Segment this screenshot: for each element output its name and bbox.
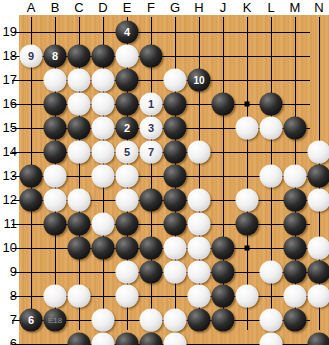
move-number-F16: 1 <box>148 99 154 110</box>
black-stone-B11[interactable] <box>44 213 67 236</box>
col-label-D: D <box>98 0 107 15</box>
black-stone-E19[interactable]: 4 <box>116 21 139 44</box>
white-stone-G7[interactable] <box>164 309 187 332</box>
white-stone-H11[interactable] <box>188 213 211 236</box>
black-stone-G16[interactable] <box>164 93 187 116</box>
move-number-E14: 5 <box>124 147 130 158</box>
move-number-B18: 8 <box>52 51 58 62</box>
white-stone-D7[interactable] <box>92 309 115 332</box>
white-stone-D15[interactable] <box>92 117 115 140</box>
row-label-15: 15 <box>0 121 17 135</box>
white-stone-M8[interactable] <box>284 285 307 308</box>
black-stone-E15[interactable]: 2 <box>116 117 139 140</box>
black-stone-A7[interactable]: 6 <box>20 309 43 332</box>
white-stone-H9[interactable] <box>188 261 211 284</box>
star-point-K16 <box>245 102 250 107</box>
white-stone-B12[interactable] <box>44 189 67 212</box>
row-label-14: 14 <box>0 145 17 159</box>
black-stone-E10[interactable] <box>116 237 139 260</box>
white-stone-L15[interactable] <box>260 117 283 140</box>
white-stone-E18[interactable] <box>116 45 139 68</box>
row-label-19: 19 <box>0 25 17 39</box>
white-stone-F16[interactable]: 1 <box>140 93 163 116</box>
row-label-17: 17 <box>0 73 17 87</box>
white-stone-N8[interactable] <box>308 285 329 308</box>
black-stone-F12[interactable] <box>140 189 163 212</box>
col-label-B: B <box>51 0 60 15</box>
black-stone-A12[interactable] <box>20 189 43 212</box>
white-stone-D14[interactable] <box>92 141 115 164</box>
col-label-N: N <box>314 0 323 15</box>
black-stone-E17[interactable] <box>116 69 139 92</box>
white-stone-C17[interactable] <box>68 69 91 92</box>
row-label-10: 10 <box>0 241 17 255</box>
black-stone-G14[interactable] <box>164 141 187 164</box>
black-stone-C11[interactable] <box>68 213 91 236</box>
move-number-F14: 7 <box>148 147 154 158</box>
black-stone-C18[interactable] <box>68 45 91 68</box>
white-stone-F7[interactable] <box>140 309 163 332</box>
white-stone-E8[interactable] <box>116 285 139 308</box>
white-stone-F14[interactable]: 7 <box>140 141 163 164</box>
white-stone-L7[interactable] <box>260 309 283 332</box>
row-label-18: 18 <box>0 49 17 63</box>
white-stone-L9[interactable] <box>260 261 283 284</box>
white-stone-K15[interactable] <box>236 117 259 140</box>
white-stone-H14[interactable] <box>188 141 211 164</box>
black-stone-N13[interactable] <box>308 165 329 188</box>
row-label-11: 11 <box>0 217 17 231</box>
star-point-K10 <box>245 246 250 251</box>
white-stone-H10[interactable] <box>188 237 211 260</box>
black-stone-J9[interactable] <box>212 261 235 284</box>
black-stone-L16[interactable] <box>260 93 283 116</box>
white-stone-L13[interactable] <box>260 165 283 188</box>
grid-line-row-19 <box>12 32 310 33</box>
black-stone-M12[interactable] <box>284 189 307 212</box>
black-stone-J10[interactable] <box>212 237 235 260</box>
white-stone-G9[interactable] <box>164 261 187 284</box>
col-label-A: A <box>27 0 36 15</box>
grid-line-col-K <box>247 17 248 330</box>
white-stone-C8[interactable] <box>68 285 91 308</box>
white-stone-H12[interactable] <box>188 189 211 212</box>
row-label-8: 8 <box>0 289 17 303</box>
white-stone-D11[interactable] <box>92 213 115 236</box>
white-stone-N12[interactable] <box>308 189 329 212</box>
white-stone-E9[interactable] <box>116 261 139 284</box>
col-label-E: E <box>123 0 132 15</box>
col-label-H: H <box>194 0 203 15</box>
move-number-A18: 9 <box>28 51 34 62</box>
white-stone-C14[interactable] <box>68 141 91 164</box>
white-stone-E14[interactable]: 5 <box>116 141 139 164</box>
move-number-F15: 3 <box>148 123 154 134</box>
move-number-E15: 2 <box>124 123 130 134</box>
black-stone-M9[interactable] <box>284 261 307 284</box>
white-stone-K12[interactable] <box>236 189 259 212</box>
black-stone-G11[interactable] <box>164 213 187 236</box>
black-stone-D10[interactable] <box>92 237 115 260</box>
white-stone-D16[interactable] <box>92 93 115 116</box>
row-label-13: 13 <box>0 169 17 183</box>
white-stone-B13[interactable] <box>44 165 67 188</box>
black-stone-F10[interactable] <box>140 237 163 260</box>
col-label-M: M <box>290 0 301 15</box>
text-marker-B7: E18 <box>48 316 62 324</box>
col-label-C: C <box>74 0 83 15</box>
white-stone-B17[interactable] <box>44 69 67 92</box>
black-stone-B14[interactable] <box>44 141 67 164</box>
white-stone-E12[interactable] <box>116 189 139 212</box>
white-stone-C16[interactable] <box>68 93 91 116</box>
black-stone-M7[interactable] <box>284 309 307 332</box>
col-label-G: G <box>170 0 180 15</box>
black-stone-N9[interactable] <box>308 261 329 284</box>
black-stone-D18[interactable] <box>92 45 115 68</box>
black-stone-E16[interactable] <box>116 93 139 116</box>
black-stone-M15[interactable] <box>284 117 307 140</box>
black-stone-B16[interactable] <box>44 93 67 116</box>
white-stone-F15[interactable]: 3 <box>140 117 163 140</box>
black-stone-E11[interactable] <box>116 213 139 236</box>
white-stone-E13[interactable] <box>116 165 139 188</box>
white-stone-G10[interactable] <box>164 237 187 260</box>
black-stone-B7[interactable]: E18 <box>44 309 67 332</box>
black-stone-M10[interactable] <box>284 237 307 260</box>
black-stone-B15[interactable] <box>44 117 67 140</box>
black-stone-G15[interactable] <box>164 117 187 140</box>
black-stone-J7[interactable] <box>212 309 235 332</box>
white-stone-N10[interactable] <box>308 237 329 260</box>
white-stone-G17[interactable] <box>164 69 187 92</box>
white-stone-N14[interactable] <box>308 141 329 164</box>
black-stone-F9[interactable] <box>140 261 163 284</box>
row-label-6: 6 <box>0 337 17 345</box>
white-stone-D13[interactable] <box>92 165 115 188</box>
black-stone-G13[interactable] <box>164 165 187 188</box>
black-stone-J16[interactable] <box>212 93 235 116</box>
row-label-7: 7 <box>0 313 17 327</box>
row-label-16: 16 <box>0 97 17 111</box>
black-stone-K11[interactable] <box>236 213 259 236</box>
row-label-12: 12 <box>0 193 17 207</box>
move-number-E19: 4 <box>124 27 130 38</box>
white-stone-D17[interactable] <box>92 69 115 92</box>
white-stone-H8[interactable] <box>188 285 211 308</box>
black-stone-H7[interactable] <box>188 309 211 332</box>
black-stone-H17[interactable]: 10 <box>188 69 211 92</box>
go-board-screenshot: ABCDEFGHJKLMN 191817161514131211109876 4… <box>0 0 329 345</box>
move-number-A7: 6 <box>28 315 34 326</box>
move-number-H17: 10 <box>193 75 204 86</box>
row-label-9: 9 <box>0 265 17 279</box>
black-stone-C10[interactable] <box>68 237 91 260</box>
white-stone-C12[interactable] <box>68 189 91 212</box>
black-stone-M11[interactable] <box>284 213 307 236</box>
white-stone-B8[interactable] <box>44 285 67 308</box>
black-stone-J8[interactable] <box>212 285 235 308</box>
black-stone-G12[interactable] <box>164 189 187 212</box>
black-stone-A13[interactable] <box>20 165 43 188</box>
black-stone-C15[interactable] <box>68 117 91 140</box>
black-stone-F18[interactable] <box>140 45 163 68</box>
white-stone-K8[interactable] <box>236 285 259 308</box>
black-stone-B18[interactable]: 8 <box>44 45 67 68</box>
white-stone-A18[interactable]: 9 <box>20 45 43 68</box>
white-stone-M13[interactable] <box>284 165 307 188</box>
col-label-J: J <box>220 0 227 15</box>
col-label-K: K <box>243 0 252 15</box>
col-label-L: L <box>267 0 274 15</box>
black-stone-N6[interactable] <box>308 333 329 345</box>
col-label-F: F <box>147 0 155 15</box>
